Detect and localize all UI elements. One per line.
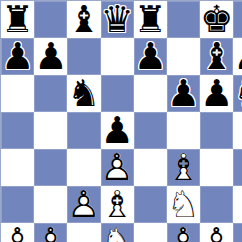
white-pawn-outline: ♙: [167, 223, 200, 242]
square-a7[interactable]: ♟: [1, 38, 34, 75]
square-b7[interactable]: ♟: [34, 38, 67, 75]
white-bishop-fill: ♝: [167, 149, 200, 186]
square-e6[interactable]: [134, 75, 167, 112]
square-f7[interactable]: [167, 38, 200, 75]
white-bishop[interactable]: ♝♗: [167, 149, 200, 186]
square-d7[interactable]: [101, 38, 134, 75]
square-d3[interactable]: ♝♗: [101, 186, 134, 223]
black-knight[interactable]: ♞: [67, 75, 100, 112]
black-pawn[interactable]: ♟: [101, 112, 134, 149]
black-rook[interactable]: ♜: [134, 1, 167, 38]
white-knight[interactable]: ♞♘: [101, 223, 134, 242]
square-a5[interactable]: [1, 112, 34, 149]
square-g3[interactable]: [200, 186, 233, 223]
square-a4[interactable]: [1, 149, 34, 186]
white-bishop-fill: ♝: [101, 186, 134, 223]
black-queen[interactable]: ♛: [101, 1, 134, 38]
black-king[interactable]: ♚: [200, 1, 233, 38]
white-bishop[interactable]: ♝♗: [101, 186, 134, 223]
square-f2[interactable]: ♟♙: [167, 223, 200, 242]
square-c6[interactable]: ♞: [67, 75, 100, 112]
black-bishop[interactable]: ♝: [200, 38, 233, 75]
square-d6[interactable]: [101, 75, 134, 112]
square-f3[interactable]: ♞♘: [167, 186, 200, 223]
square-h2[interactable]: ♟♙: [233, 223, 242, 242]
white-knight-fill: ♞: [101, 223, 134, 242]
square-e2[interactable]: [134, 223, 167, 242]
square-g5[interactable]: [200, 112, 233, 149]
square-a6[interactable]: [1, 75, 34, 112]
square-e5[interactable]: [134, 112, 167, 149]
white-knight-outline: ♘: [167, 186, 200, 223]
white-knight[interactable]: ♞♘: [167, 186, 200, 223]
white-pawn[interactable]: ♟♙: [233, 223, 242, 242]
white-pawn[interactable]: ♟♙: [167, 223, 200, 242]
square-h8[interactable]: [233, 1, 242, 38]
white-bishop-outline: ♗: [167, 149, 200, 186]
square-a2[interactable]: ♟♙: [1, 223, 34, 242]
white-pawn-fill: ♟: [233, 223, 242, 242]
square-d2[interactable]: ♞♘: [101, 223, 134, 242]
black-rook[interactable]: ♜: [1, 1, 34, 38]
square-g6[interactable]: ♟: [200, 75, 233, 112]
white-bishop-outline: ♗: [101, 186, 134, 223]
white-pawn-outline: ♙: [67, 186, 100, 223]
white-pawn[interactable]: ♟♙: [1, 223, 34, 242]
square-a3[interactable]: [1, 186, 34, 223]
black-pawn[interactable]: ♟: [233, 38, 242, 75]
white-pawn-outline: ♙: [200, 223, 233, 242]
square-g8[interactable]: ♚: [200, 1, 233, 38]
black-pawn[interactable]: ♟: [134, 38, 167, 75]
black-pawn[interactable]: ♟: [167, 75, 200, 112]
square-h6[interactable]: ♞: [233, 75, 242, 112]
white-pawn-outline: ♙: [101, 149, 134, 186]
white-pawn-fill: ♟: [101, 149, 134, 186]
square-c3[interactable]: ♟♙: [67, 186, 100, 223]
square-e3[interactable]: [134, 186, 167, 223]
white-pawn-fill: ♟: [34, 223, 67, 242]
white-pawn-fill: ♟: [1, 223, 34, 242]
square-c4[interactable]: [67, 149, 100, 186]
square-c5[interactable]: [67, 112, 100, 149]
chess-board: ♜♝♛♜♚♟♟♟♝♟♞♟♟♞♟♟♙♝♗♟♙♝♗♞♘♟♙♟♙♞♘♟♙♟♙♟♙♜♖♛…: [0, 0, 242, 242]
square-f6[interactable]: ♟: [167, 75, 200, 112]
square-b2[interactable]: ♟♙: [34, 223, 67, 242]
square-a8[interactable]: ♜: [1, 1, 34, 38]
white-pawn[interactable]: ♟♙: [200, 223, 233, 242]
white-pawn-fill: ♟: [200, 223, 233, 242]
white-pawn-fill: ♟: [167, 223, 200, 242]
square-d4[interactable]: ♟♙: [101, 149, 134, 186]
square-f8[interactable]: [167, 1, 200, 38]
square-e8[interactable]: ♜: [134, 1, 167, 38]
square-d5[interactable]: ♟: [101, 112, 134, 149]
square-b5[interactable]: [34, 112, 67, 149]
square-b4[interactable]: [34, 149, 67, 186]
black-pawn[interactable]: ♟: [1, 38, 34, 75]
square-e4[interactable]: [134, 149, 167, 186]
black-knight[interactable]: ♞: [233, 75, 242, 112]
square-f4[interactable]: ♝♗: [167, 149, 200, 186]
square-g4[interactable]: [200, 149, 233, 186]
white-pawn[interactable]: ♟♙: [101, 149, 134, 186]
white-pawn-outline: ♙: [34, 223, 67, 242]
square-c8[interactable]: ♝: [67, 1, 100, 38]
square-c7[interactable]: [67, 38, 100, 75]
black-pawn[interactable]: ♟: [34, 38, 67, 75]
black-pawn[interactable]: ♟: [200, 75, 233, 112]
square-e7[interactable]: ♟: [134, 38, 167, 75]
white-pawn-fill: ♟: [67, 186, 100, 223]
black-bishop[interactable]: ♝: [67, 1, 100, 38]
square-h5[interactable]: [233, 112, 242, 149]
square-b6[interactable]: [34, 75, 67, 112]
square-h7[interactable]: ♟: [233, 38, 242, 75]
white-knight-outline: ♘: [101, 223, 134, 242]
white-knight-fill: ♞: [167, 186, 200, 223]
square-b8[interactable]: [34, 1, 67, 38]
square-c2[interactable]: [67, 223, 100, 242]
square-f5[interactable]: [167, 112, 200, 149]
white-pawn-outline: ♙: [233, 223, 242, 242]
square-g2[interactable]: ♟♙: [200, 223, 233, 242]
square-g7[interactable]: ♝: [200, 38, 233, 75]
square-d8[interactable]: ♛: [101, 1, 134, 38]
white-pawn[interactable]: ♟♙: [34, 223, 67, 242]
square-h4[interactable]: [233, 149, 242, 186]
square-h3[interactable]: [233, 186, 242, 223]
square-b3[interactable]: [34, 186, 67, 223]
white-pawn-outline: ♙: [1, 223, 34, 242]
white-pawn[interactable]: ♟♙: [67, 186, 100, 223]
